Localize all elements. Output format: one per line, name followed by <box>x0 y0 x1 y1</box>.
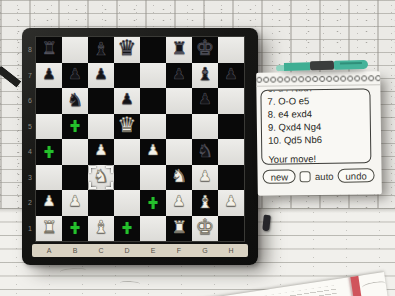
white-knight: ♞ <box>171 167 187 185</box>
square-g4[interactable]: ♞ <box>192 139 218 165</box>
square-a6[interactable] <box>36 88 62 114</box>
auto-label: auto <box>315 170 334 181</box>
square-a4[interactable] <box>36 139 62 165</box>
rank-label: 6 <box>24 97 36 104</box>
square-a8[interactable]: ♜ <box>36 37 62 63</box>
square-h4[interactable] <box>218 139 244 165</box>
file-label: C <box>88 244 114 257</box>
file-label: A <box>36 244 62 257</box>
square-f6[interactable] <box>166 88 192 114</box>
square-h7[interactable]: ♟ <box>218 63 244 89</box>
black-pawn: ♟ <box>172 67 185 82</box>
square-d1[interactable] <box>114 216 140 242</box>
teal-pen-icon <box>276 60 368 72</box>
black-king: ♚ <box>196 38 215 59</box>
black-knight: ♞ <box>67 91 83 109</box>
square-h2[interactable]: ♟ <box>218 190 244 216</box>
square-c7[interactable]: ♟ <box>88 63 114 89</box>
white-bishop: ♝ <box>93 218 109 236</box>
move-target-marker-icon <box>123 222 132 234</box>
square-b1[interactable] <box>62 216 88 242</box>
square-e2[interactable] <box>140 190 166 216</box>
square-d7[interactable] <box>114 63 140 89</box>
rank-label: 5 <box>24 123 36 130</box>
white-pawn: ♟ <box>224 194 237 209</box>
black-rook: ♜ <box>171 40 186 57</box>
move-target-marker-icon <box>71 120 80 132</box>
file-label: H <box>218 244 244 257</box>
square-a7[interactable]: ♟ <box>36 63 62 89</box>
square-h3[interactable] <box>218 165 244 191</box>
square-d8[interactable]: ♛ <box>114 37 140 63</box>
board-squares: ♜♝♛♜♚♟♟♟♟♝♟♞♟♟♛♟♟♞♞♞♟♟♟♟♝♟♜♝♜♚ <box>36 37 244 241</box>
file-label: F <box>166 244 192 257</box>
chess-board: 87654321 ♜♝♛♜♚♟♟♟♟♝♟♞♟♟♛♟♟♞♞♞♟♟♟♟♝♟♜♝♜♚ … <box>22 28 258 265</box>
square-g8[interactable]: ♚ <box>192 37 218 63</box>
file-label: B <box>62 244 88 257</box>
file-label: D <box>114 244 140 257</box>
square-e4[interactable]: ♟ <box>140 139 166 165</box>
black-knight: ♞ <box>197 142 213 160</box>
move-line: 9. Qxd4 Ng4 <box>268 119 364 133</box>
file-labels: ABCDEFGH <box>32 244 248 257</box>
square-c3[interactable]: ♞ <box>88 165 114 191</box>
white-pawn: ♟ <box>42 194 55 209</box>
rank-label: 8 <box>24 46 36 53</box>
square-f2[interactable]: ♟ <box>166 190 192 216</box>
rank-label: 1 <box>24 225 36 232</box>
move-list: 6. d4 Nbd7 7. O-O e5 8. e4 exd4 9. Qxd4 … <box>260 88 371 165</box>
square-g1[interactable]: ♚ <box>192 216 218 242</box>
black-pawn: ♟ <box>42 67 55 82</box>
square-e5[interactable] <box>140 114 166 140</box>
move-target-marker-icon <box>71 222 80 234</box>
status-text: Your move! <box>268 151 364 164</box>
rank-label: 2 <box>24 199 36 206</box>
square-e1[interactable] <box>140 216 166 242</box>
white-king: ♚ <box>196 217 215 238</box>
white-pawn: ♟ <box>198 169 211 184</box>
white-rook: ♜ <box>171 219 186 236</box>
black-queen: ♛ <box>118 38 137 59</box>
square-d6[interactable]: ♟ <box>114 88 140 114</box>
square-g3[interactable]: ♟ <box>192 165 218 191</box>
square-e8[interactable] <box>140 37 166 63</box>
square-a1[interactable]: ♜ <box>36 216 62 242</box>
black-bishop: ♝ <box>197 65 213 83</box>
selection-brackets-icon <box>89 166 113 190</box>
black-bishop: ♝ <box>93 40 109 58</box>
square-c5[interactable] <box>88 114 114 140</box>
square-b4[interactable] <box>62 139 88 165</box>
square-b7[interactable]: ♟ <box>62 63 88 89</box>
square-c4[interactable]: ♟ <box>88 139 114 165</box>
black-rook: ♜ <box>41 40 56 57</box>
square-a3[interactable] <box>36 165 62 191</box>
white-bishop: ♝ <box>197 193 213 211</box>
black-pawn: ♟ <box>94 67 107 82</box>
square-f5[interactable] <box>166 114 192 140</box>
square-f7[interactable]: ♟ <box>166 63 192 89</box>
notepad: 6. d4 Nbd7 7. O-O e5 8. e4 exd4 9. Qxd4 … <box>256 71 382 196</box>
black-pawn: ♟ <box>120 92 133 107</box>
scene: 87654321 ♜♝♛♜♚♟♟♟♟♝♟♞♟♟♛♟♟♞♞♞♟♟♟♟♝♟♜♝♜♚ … <box>0 0 395 296</box>
square-e3[interactable] <box>140 165 166 191</box>
file-label: E <box>140 244 166 257</box>
square-g5[interactable] <box>192 114 218 140</box>
square-g2[interactable]: ♝ <box>192 190 218 216</box>
square-h5[interactable] <box>218 114 244 140</box>
square-d2[interactable] <box>114 190 140 216</box>
square-d4[interactable] <box>114 139 140 165</box>
white-pawn: ♟ <box>172 194 185 209</box>
square-f1[interactable]: ♜ <box>166 216 192 242</box>
move-target-marker-icon <box>45 146 54 158</box>
square-a2[interactable]: ♟ <box>36 190 62 216</box>
square-h1[interactable] <box>218 216 244 242</box>
rank-label: 3 <box>24 174 36 181</box>
square-c8[interactable]: ♝ <box>88 37 114 63</box>
square-c1[interactable]: ♝ <box>88 216 114 242</box>
square-d5[interactable]: ♛ <box>114 114 140 140</box>
black-pawn: ♟ <box>68 67 81 82</box>
square-c6[interactable] <box>88 88 114 114</box>
black-pawn: ♟ <box>224 67 237 82</box>
square-b5[interactable] <box>62 114 88 140</box>
move-target-marker-icon <box>149 197 158 209</box>
white-queen: ♛ <box>118 115 137 136</box>
white-pawn: ♟ <box>146 143 159 158</box>
square-b3[interactable] <box>62 165 88 191</box>
rank-labels: 87654321 <box>24 37 36 241</box>
auto-checkbox[interactable] <box>300 171 311 182</box>
square-f4[interactable] <box>166 139 192 165</box>
button-row: new auto undo <box>263 168 377 184</box>
square-h6[interactable] <box>218 88 244 114</box>
rank-label: 7 <box>24 72 36 79</box>
square-b2[interactable]: ♟ <box>62 190 88 216</box>
square-a5[interactable] <box>36 114 62 140</box>
square-f8[interactable]: ♜ <box>166 37 192 63</box>
black-pawn: ♟ <box>198 92 211 107</box>
white-pawn: ♟ <box>94 143 107 158</box>
white-rook: ♜ <box>41 219 56 236</box>
square-e6[interactable] <box>140 88 166 114</box>
square-b8[interactable] <box>62 37 88 63</box>
undo-button[interactable]: undo <box>337 168 374 183</box>
square-e7[interactable] <box>140 63 166 89</box>
file-label: G <box>192 244 218 257</box>
square-g7[interactable]: ♝ <box>192 63 218 89</box>
new-button[interactable]: new <box>263 169 297 183</box>
rank-label: 4 <box>24 148 36 155</box>
square-g6[interactable]: ♟ <box>192 88 218 114</box>
square-f3[interactable]: ♞ <box>166 165 192 191</box>
white-pawn: ♟ <box>68 194 81 209</box>
move-line: 10. Qd5 Nb6 <box>268 132 364 146</box>
square-b6[interactable]: ♞ <box>62 88 88 114</box>
square-d3[interactable] <box>114 165 140 191</box>
square-h8[interactable] <box>218 37 244 63</box>
square-c2[interactable] <box>88 190 114 216</box>
